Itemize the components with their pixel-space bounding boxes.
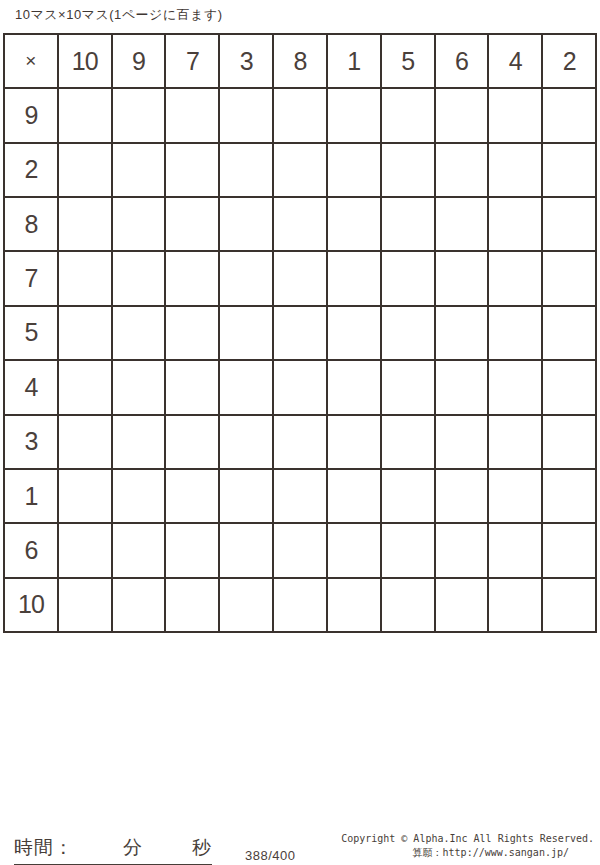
answer-cell[interactable]: [436, 89, 488, 141]
answer-cell[interactable]: [220, 361, 272, 413]
answer-cell[interactable]: [436, 416, 488, 468]
answer-cell[interactable]: [436, 524, 488, 576]
col-header-cell: 7: [166, 35, 218, 87]
answer-cell[interactable]: [543, 89, 595, 141]
answer-cell[interactable]: [113, 579, 165, 631]
answer-cell[interactable]: [274, 144, 326, 196]
copyright-block: Copyright © Alpha.Inc All Rights Reserve…: [341, 832, 594, 860]
answer-cell[interactable]: [220, 307, 272, 359]
answer-cell[interactable]: [166, 307, 218, 359]
site-url: 算願：http://www.sangan.jp/: [341, 846, 594, 860]
answer-cell[interactable]: [382, 524, 434, 576]
col-header-cell: 9: [113, 35, 165, 87]
answer-cell[interactable]: [543, 524, 595, 576]
row-header-cell: 4: [5, 361, 57, 413]
answer-cell[interactable]: [382, 579, 434, 631]
operator-cell: ×: [5, 35, 57, 87]
answer-cell[interactable]: [328, 89, 380, 141]
answer-cell[interactable]: [328, 198, 380, 250]
answer-cell[interactable]: [489, 579, 541, 631]
answer-cell[interactable]: [489, 361, 541, 413]
answer-cell[interactable]: [274, 416, 326, 468]
answer-cell[interactable]: [489, 416, 541, 468]
answer-cell[interactable]: [274, 579, 326, 631]
row-header-cell: 9: [5, 89, 57, 141]
answer-cell[interactable]: [274, 361, 326, 413]
answer-cell[interactable]: [328, 361, 380, 413]
answer-cell[interactable]: [59, 524, 111, 576]
answer-cell[interactable]: [113, 307, 165, 359]
answer-cell[interactable]: [274, 470, 326, 522]
row-header-cell: 8: [5, 198, 57, 250]
col-header-cell: 8: [274, 35, 326, 87]
answer-cell[interactable]: [543, 579, 595, 631]
multiplication-grid: ×1097381564292875431610: [3, 33, 597, 633]
worksheet-page: 10マス×10マス(1ページに百ます) ×1097381564292875431…: [0, 0, 600, 865]
answer-cell[interactable]: [382, 416, 434, 468]
answer-cell[interactable]: [59, 89, 111, 141]
answer-cell[interactable]: [543, 252, 595, 304]
answer-cell[interactable]: [489, 524, 541, 576]
answer-cell[interactable]: [489, 89, 541, 141]
col-header-cell: 6: [436, 35, 488, 87]
col-header-cell: 3: [220, 35, 272, 87]
row-header-cell: 5: [5, 307, 57, 359]
answer-cell[interactable]: [328, 416, 380, 468]
answer-cell[interactable]: [113, 524, 165, 576]
answer-cell[interactable]: [489, 144, 541, 196]
answer-cell[interactable]: [274, 252, 326, 304]
answer-cell[interactable]: [59, 416, 111, 468]
page-title: 10マス×10マス(1ページに百ます): [15, 6, 223, 24]
answer-cell[interactable]: [113, 144, 165, 196]
row-header-cell: 10: [5, 579, 57, 631]
time-blank-line: 時間： 分 秒: [14, 835, 212, 865]
minutes-label: 分: [123, 835, 143, 861]
answer-cell[interactable]: [328, 579, 380, 631]
answer-cell[interactable]: [382, 361, 434, 413]
answer-cell[interactable]: [382, 307, 434, 359]
answer-cell[interactable]: [220, 579, 272, 631]
row-header-cell: 7: [5, 252, 57, 304]
answer-cell[interactable]: [274, 89, 326, 141]
answer-cell[interactable]: [59, 198, 111, 250]
col-header-cell: 2: [543, 35, 595, 87]
answer-cell[interactable]: [166, 361, 218, 413]
col-header-cell: 1: [328, 35, 380, 87]
page-number: 388/400: [245, 848, 296, 865]
answer-cell[interactable]: [436, 198, 488, 250]
answer-cell[interactable]: [166, 470, 218, 522]
answer-cell[interactable]: [328, 307, 380, 359]
answer-cell[interactable]: [220, 144, 272, 196]
answer-cell[interactable]: [59, 144, 111, 196]
answer-cell[interactable]: [166, 89, 218, 141]
answer-cell[interactable]: [220, 252, 272, 304]
answer-cell[interactable]: [328, 524, 380, 576]
answer-cell[interactable]: [436, 252, 488, 304]
answer-cell[interactable]: [489, 470, 541, 522]
answer-cell[interactable]: [436, 307, 488, 359]
answer-cell[interactable]: [166, 198, 218, 250]
answer-cell[interactable]: [59, 252, 111, 304]
answer-cell[interactable]: [489, 307, 541, 359]
col-header-cell: 5: [382, 35, 434, 87]
answer-cell[interactable]: [166, 144, 218, 196]
answer-cell[interactable]: [220, 89, 272, 141]
answer-cell[interactable]: [382, 144, 434, 196]
row-header-cell: 3: [5, 416, 57, 468]
answer-cell[interactable]: [328, 252, 380, 304]
answer-cell[interactable]: [220, 470, 272, 522]
answer-cell[interactable]: [274, 524, 326, 576]
row-header-cell: 1: [5, 470, 57, 522]
time-entry-row: 時間： 分 秒 388/400: [14, 835, 296, 865]
answer-cell[interactable]: [113, 416, 165, 468]
answer-cell[interactable]: [59, 579, 111, 631]
answer-cell[interactable]: [166, 416, 218, 468]
answer-cell[interactable]: [220, 524, 272, 576]
answer-cell[interactable]: [59, 307, 111, 359]
answer-cell[interactable]: [59, 361, 111, 413]
answer-cell[interactable]: [543, 470, 595, 522]
answer-cell[interactable]: [382, 89, 434, 141]
answer-cell[interactable]: [274, 307, 326, 359]
answer-cell[interactable]: [113, 361, 165, 413]
answer-cell[interactable]: [274, 198, 326, 250]
copyright-line: Copyright © Alpha.Inc All Rights Reserve…: [341, 832, 594, 846]
answer-cell[interactable]: [382, 252, 434, 304]
answer-cell[interactable]: [489, 198, 541, 250]
answer-cell[interactable]: [543, 307, 595, 359]
answer-cell[interactable]: [543, 144, 595, 196]
time-label: 時間：: [14, 835, 74, 861]
answer-cell[interactable]: [328, 144, 380, 196]
answer-cell[interactable]: [543, 416, 595, 468]
answer-cell[interactable]: [113, 198, 165, 250]
answer-cell[interactable]: [220, 198, 272, 250]
answer-cell[interactable]: [166, 579, 218, 631]
answer-cell[interactable]: [436, 470, 488, 522]
col-header-cell: 4: [489, 35, 541, 87]
answer-cell[interactable]: [489, 252, 541, 304]
answer-cell[interactable]: [382, 198, 434, 250]
answer-cell[interactable]: [382, 470, 434, 522]
col-header-cell: 10: [59, 35, 111, 87]
row-header-cell: 2: [5, 144, 57, 196]
row-header-cell: 6: [5, 524, 57, 576]
seconds-label: 秒: [192, 835, 212, 861]
answer-cell[interactable]: [220, 416, 272, 468]
answer-cell[interactable]: [543, 198, 595, 250]
answer-cell[interactable]: [59, 470, 111, 522]
answer-cell[interactable]: [328, 470, 380, 522]
answer-cell[interactable]: [436, 144, 488, 196]
answer-cell[interactable]: [113, 252, 165, 304]
answer-cell[interactable]: [166, 524, 218, 576]
answer-cell[interactable]: [113, 470, 165, 522]
answer-cell[interactable]: [543, 361, 595, 413]
answer-cell[interactable]: [113, 89, 165, 141]
answer-cell[interactable]: [436, 361, 488, 413]
answer-cell[interactable]: [166, 252, 218, 304]
answer-cell[interactable]: [436, 579, 488, 631]
